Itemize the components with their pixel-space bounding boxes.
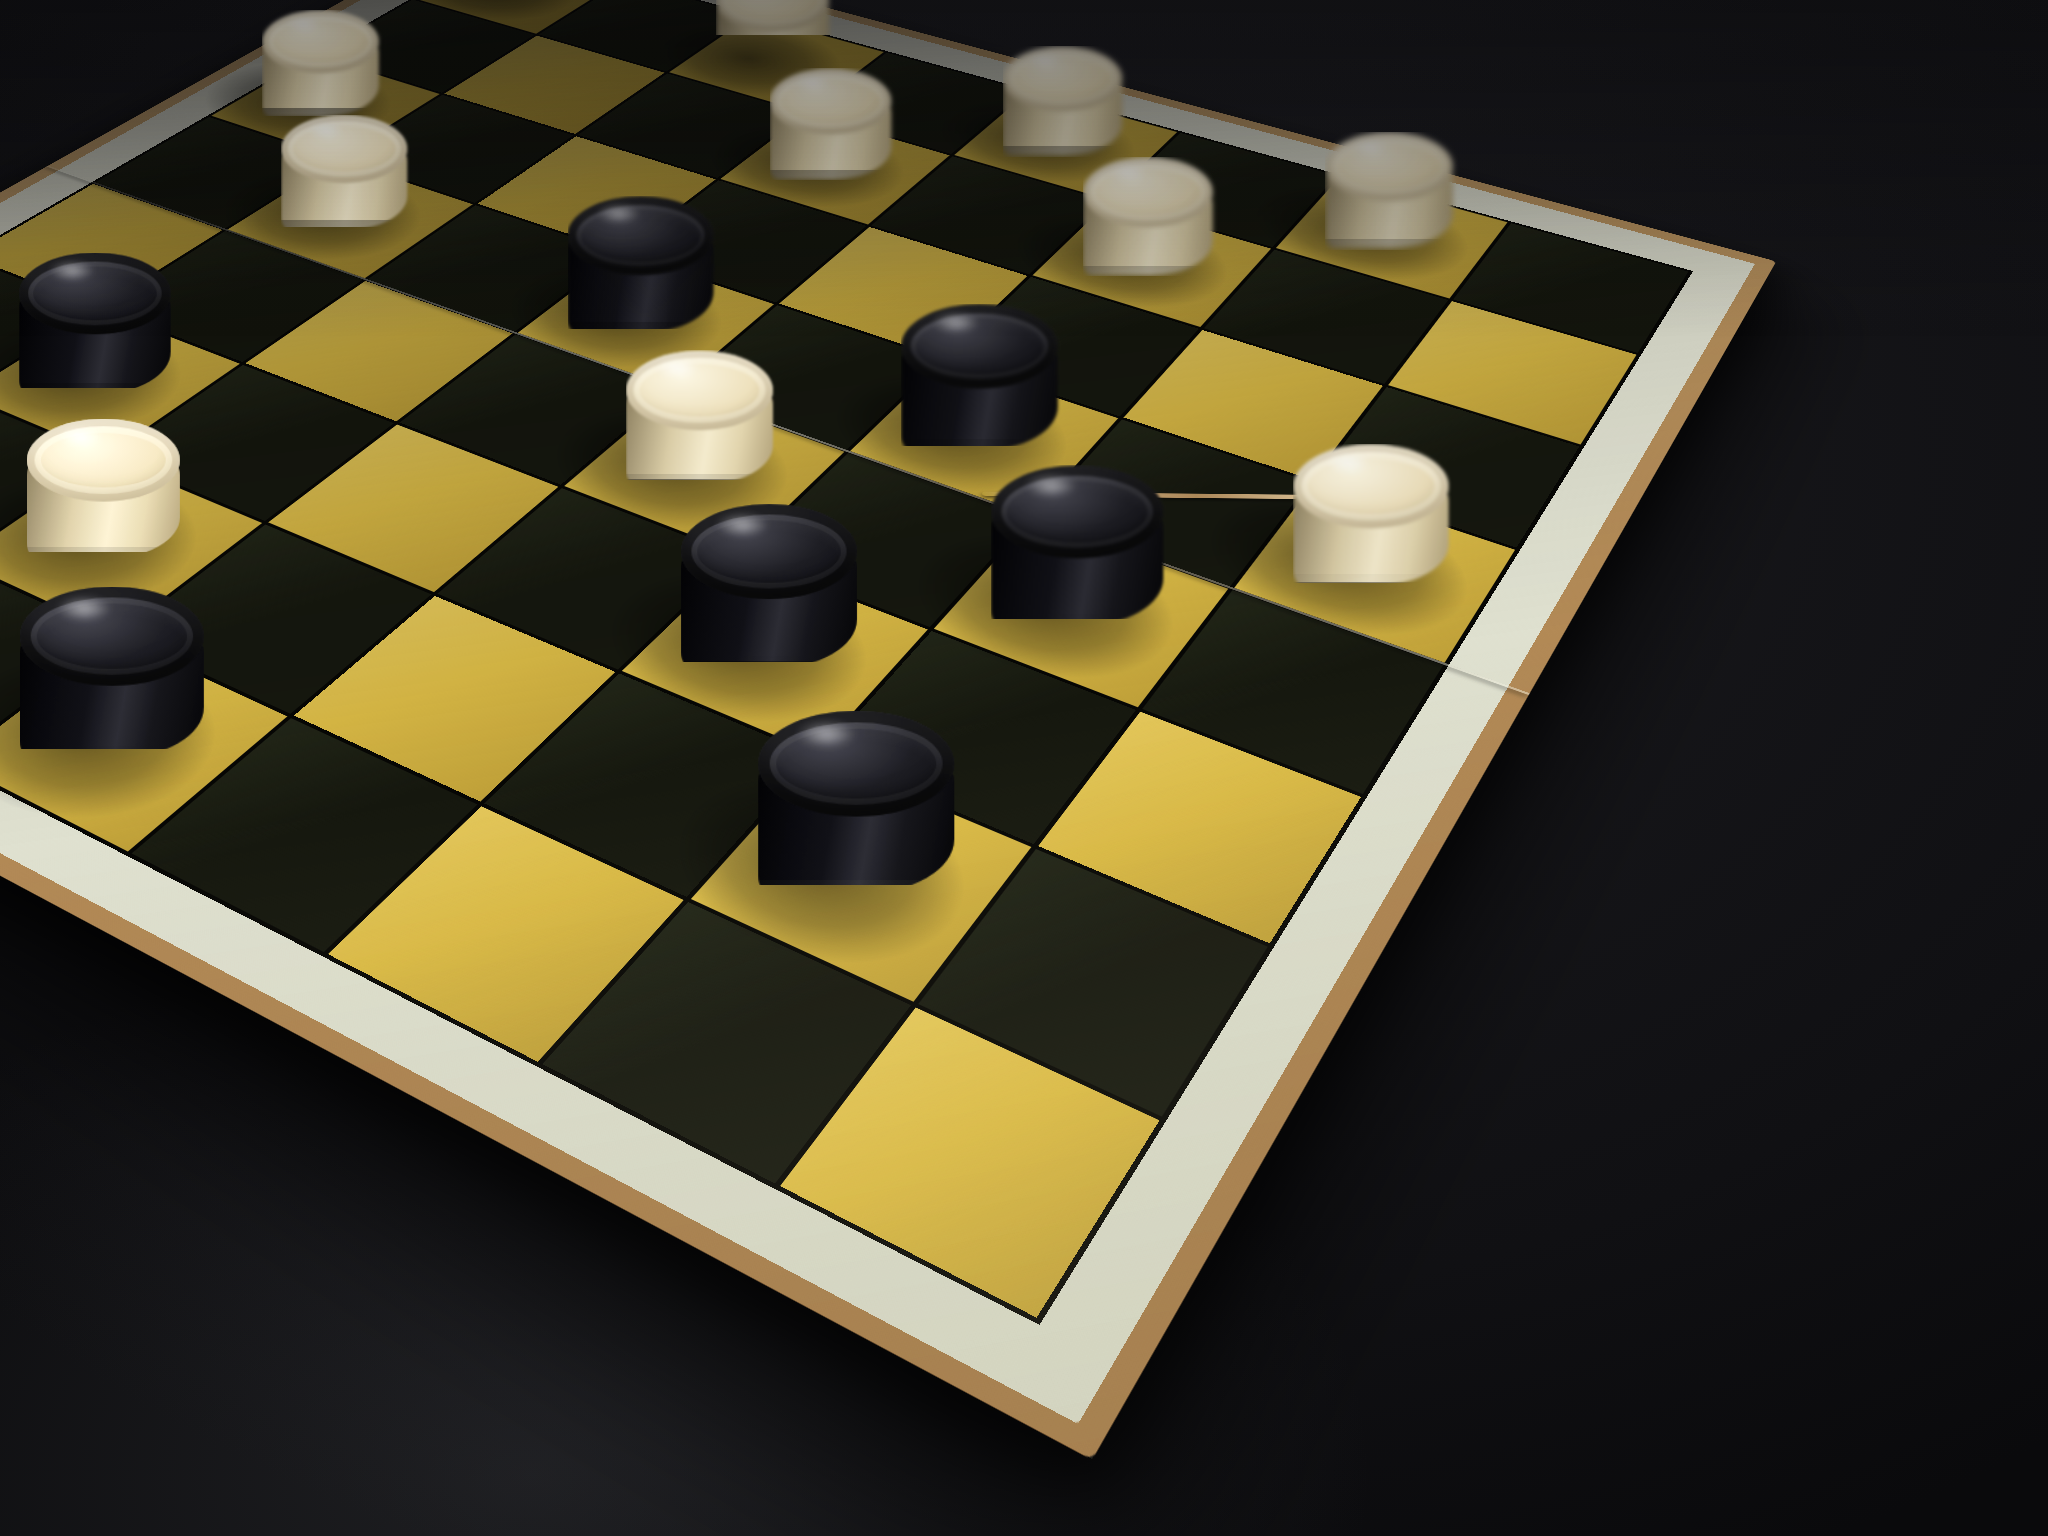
white-piece[interactable]: ⛀ xyxy=(26,419,179,559)
piece-top xyxy=(1002,46,1122,111)
black-piece[interactable]: ⛂ xyxy=(568,196,714,332)
piece-top xyxy=(1294,444,1449,528)
piece-top xyxy=(282,115,408,183)
white-piece[interactable]: ⛀ xyxy=(770,68,892,179)
piece-top xyxy=(902,304,1058,388)
white-piece[interactable]: ⛀ xyxy=(1083,157,1213,276)
black-piece[interactable]: ⛂ xyxy=(20,253,171,395)
piece-top xyxy=(626,351,773,431)
white-piece[interactable]: ⛀ xyxy=(1325,132,1453,249)
board-white-border: ⛀⛀⛀⛀⛀⛀⛀⛀⛂⛂⛀⛀⛂⛂⛂⛀⛂⛂⛂ xyxy=(0,0,1755,1424)
piece-top xyxy=(20,253,171,335)
piece-top xyxy=(991,465,1163,558)
photo-scene: ⛀⛀⛀⛀⛀⛀⛀⛀⛂⛂⛀⛀⛂⛂⛂⛀⛂⛂⛂ xyxy=(0,0,2048,1536)
piece-top xyxy=(262,10,379,73)
piece-top xyxy=(758,711,954,817)
white-piece[interactable]: ⛀ xyxy=(262,10,379,117)
checkers-board: ⛀⛀⛀⛀⛀⛀⛀⛀⛂⛂⛀⛀⛂⛂⛂⛀⛂⛂⛂ xyxy=(0,0,1776,1460)
white-piece[interactable]: ⛀ xyxy=(716,0,829,73)
black-piece[interactable]: ⛂ xyxy=(20,587,204,759)
piece-top xyxy=(1083,157,1213,227)
white-piece[interactable]: ⛀ xyxy=(626,351,773,485)
black-piece[interactable]: ⛂ xyxy=(991,465,1163,626)
piece-top xyxy=(770,68,892,134)
board-wood-edge: ⛀⛀⛀⛀⛀⛀⛀⛀⛂⛂⛀⛀⛂⛂⛂⛀⛂⛂⛂ xyxy=(0,0,1776,1460)
piece-top xyxy=(20,587,204,686)
piece-top xyxy=(1325,132,1453,201)
white-piece[interactable]: ⛀ xyxy=(1002,46,1122,156)
black-piece[interactable]: ⛂ xyxy=(758,711,954,894)
piece-top xyxy=(681,504,857,599)
piece-top xyxy=(568,196,714,275)
piece-top xyxy=(26,419,179,502)
white-piece[interactable]: ⛀ xyxy=(1294,444,1449,586)
black-piece[interactable]: ⛂ xyxy=(681,504,857,668)
white-piece[interactable]: ⛀ xyxy=(282,115,408,230)
board-grid: ⛀⛀⛀⛀⛀⛀⛀⛀⛂⛂⛀⛀⛂⛂⛂⛀⛂⛂⛂ xyxy=(0,0,1693,1325)
black-piece[interactable]: ⛂ xyxy=(902,304,1058,450)
